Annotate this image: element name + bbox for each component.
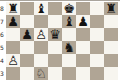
square-d8[interactable] xyxy=(48,2,62,15)
square-g6[interactable] xyxy=(90,28,104,41)
square-d4[interactable] xyxy=(48,54,62,67)
square-g4[interactable] xyxy=(90,54,104,67)
black-pawn-piece[interactable]: ♟ xyxy=(20,28,34,41)
square-h3[interactable] xyxy=(104,67,118,80)
square-b4[interactable] xyxy=(20,54,34,67)
square-c5[interactable] xyxy=(34,41,48,54)
white-pawn-piece[interactable]: ♙ xyxy=(34,28,48,41)
square-g7[interactable] xyxy=(90,15,104,28)
square-f5[interactable] xyxy=(76,41,90,54)
square-b5[interactable] xyxy=(20,41,34,54)
square-e7[interactable]: ♝ xyxy=(62,15,76,28)
square-d3[interactable] xyxy=(48,67,62,80)
square-f7[interactable]: ♟ xyxy=(76,15,90,28)
black-rook-piece[interactable]: ♜ xyxy=(104,2,118,15)
square-a3[interactable] xyxy=(6,67,20,80)
square-g5[interactable] xyxy=(90,41,104,54)
square-e5[interactable]: ♞ xyxy=(62,41,76,54)
square-h7[interactable] xyxy=(104,15,118,28)
square-f6[interactable] xyxy=(76,28,90,41)
black-bishop-piece[interactable]: ♝ xyxy=(62,15,76,28)
black-bishop-piece[interactable]: ♝ xyxy=(34,2,48,15)
chess-diagram: 8♜♝♚♜7♟♝♟6♟♙♛5♞4♙3♘ xyxy=(0,0,120,80)
square-e4[interactable] xyxy=(62,54,76,67)
square-b8[interactable] xyxy=(20,2,34,15)
square-g8[interactable] xyxy=(90,2,104,15)
white-knight-piece[interactable]: ♘ xyxy=(34,67,48,80)
square-b6[interactable]: ♟ xyxy=(20,28,34,41)
square-f4[interactable] xyxy=(76,54,90,67)
square-a4[interactable]: ♙ xyxy=(6,54,20,67)
chess-board: 8♜♝♚♜7♟♝♟6♟♙♛5♞4♙3♘ xyxy=(0,2,118,80)
white-pawn-piece[interactable]: ♙ xyxy=(6,54,20,67)
square-a6[interactable] xyxy=(6,28,20,41)
square-g3[interactable] xyxy=(90,67,104,80)
square-b3[interactable] xyxy=(20,67,34,80)
square-h6[interactable] xyxy=(104,28,118,41)
square-c8[interactable]: ♝ xyxy=(34,2,48,15)
square-h5[interactable] xyxy=(104,41,118,54)
black-pawn-piece[interactable]: ♟ xyxy=(76,15,90,28)
square-d5[interactable] xyxy=(48,41,62,54)
black-queen-piece[interactable]: ♛ xyxy=(48,28,62,41)
black-pawn-piece[interactable]: ♟ xyxy=(6,15,20,28)
square-h4[interactable] xyxy=(104,54,118,67)
square-c3[interactable]: ♘ xyxy=(34,67,48,80)
black-knight-piece[interactable]: ♞ xyxy=(62,41,76,54)
square-c6[interactable]: ♙ xyxy=(34,28,48,41)
square-h8[interactable]: ♜ xyxy=(104,2,118,15)
square-e3[interactable] xyxy=(62,67,76,80)
square-a7[interactable]: ♟ xyxy=(6,15,20,28)
square-d6[interactable]: ♛ xyxy=(48,28,62,41)
square-f3[interactable] xyxy=(76,67,90,80)
